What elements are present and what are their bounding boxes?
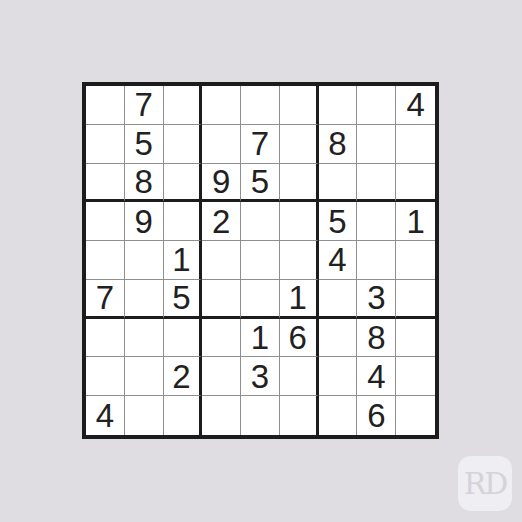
sudoku-cell-r7c6[interactable]: 6 <box>280 319 319 358</box>
sudoku-cell-r1c1[interactable] <box>86 86 125 125</box>
sudoku-cell-r6c6[interactable]: 1 <box>280 280 319 319</box>
sudoku-cell-r2c5[interactable]: 7 <box>241 125 280 164</box>
sudoku-cell-r8c5[interactable]: 3 <box>241 357 280 396</box>
sudoku-cell-r2c9[interactable] <box>396 125 435 164</box>
sudoku-cell-r4c8[interactable] <box>357 202 396 241</box>
sudoku-cell-r2c2[interactable]: 5 <box>125 125 164 164</box>
sudoku-cell-r9c7[interactable] <box>319 396 358 435</box>
sudoku-cell-r9c3[interactable] <box>164 396 203 435</box>
sudoku-cell-r3c2[interactable]: 8 <box>125 164 164 203</box>
sudoku-cell-r1c6[interactable] <box>280 86 319 125</box>
sudoku-cell-r8c8[interactable]: 4 <box>357 357 396 396</box>
sudoku-cell-r9c4[interactable] <box>202 396 241 435</box>
sudoku-cell-r6c3[interactable]: 5 <box>164 280 203 319</box>
sudoku-cell-r4c6[interactable] <box>280 202 319 241</box>
sudoku-cell-r2c6[interactable] <box>280 125 319 164</box>
sudoku-cell-r8c2[interactable] <box>125 357 164 396</box>
sudoku-cell-r5c8[interactable] <box>357 241 396 280</box>
sudoku-cell-r3c4[interactable]: 9 <box>202 164 241 203</box>
sudoku-cell-r5c4[interactable] <box>202 241 241 280</box>
sudoku-cell-r9c8[interactable]: 6 <box>357 396 396 435</box>
sudoku-cell-r5c3[interactable]: 1 <box>164 241 203 280</box>
sudoku-cell-r7c4[interactable] <box>202 319 241 358</box>
sudoku-cell-r9c2[interactable] <box>125 396 164 435</box>
sudoku-cell-r6c2[interactable] <box>125 280 164 319</box>
sudoku-cell-r6c7[interactable] <box>319 280 358 319</box>
sudoku-cell-r8c9[interactable] <box>396 357 435 396</box>
sudoku-cell-r4c4[interactable]: 2 <box>202 202 241 241</box>
sudoku-cell-r9c5[interactable] <box>241 396 280 435</box>
sudoku-cell-r3c7[interactable] <box>319 164 358 203</box>
sudoku-cell-r4c3[interactable] <box>164 202 203 241</box>
sudoku-cell-r3c6[interactable] <box>280 164 319 203</box>
sudoku-cell-r5c6[interactable] <box>280 241 319 280</box>
sudoku-board: 74578895925114751316823446 <box>82 82 439 439</box>
sudoku-cell-r7c2[interactable] <box>125 319 164 358</box>
sudoku-cell-r6c8[interactable]: 3 <box>357 280 396 319</box>
sudoku-cell-r8c6[interactable] <box>280 357 319 396</box>
sudoku-cell-r4c9[interactable]: 1 <box>396 202 435 241</box>
rd-logo-text: RD <box>464 469 507 499</box>
sudoku-cell-r3c1[interactable] <box>86 164 125 203</box>
sudoku-cell-r5c1[interactable] <box>86 241 125 280</box>
sudoku-cell-r1c7[interactable] <box>319 86 358 125</box>
sudoku-cell-r5c2[interactable] <box>125 241 164 280</box>
sudoku-cell-r1c4[interactable] <box>202 86 241 125</box>
sudoku-cell-r5c9[interactable] <box>396 241 435 280</box>
sudoku-cell-r1c9[interactable]: 4 <box>396 86 435 125</box>
sudoku-cell-r2c4[interactable] <box>202 125 241 164</box>
page-background: 74578895925114751316823446 RD <box>0 0 522 522</box>
sudoku-cell-r4c7[interactable]: 5 <box>319 202 358 241</box>
rd-logo-badge: RD <box>458 456 512 511</box>
sudoku-cell-r9c1[interactable]: 4 <box>86 396 125 435</box>
sudoku-cell-r2c8[interactable] <box>357 125 396 164</box>
sudoku-cell-r8c4[interactable] <box>202 357 241 396</box>
sudoku-cell-r9c9[interactable] <box>396 396 435 435</box>
sudoku-cell-r5c5[interactable] <box>241 241 280 280</box>
sudoku-cell-r8c7[interactable] <box>319 357 358 396</box>
sudoku-cell-r1c3[interactable] <box>164 86 203 125</box>
sudoku-cell-r7c7[interactable] <box>319 319 358 358</box>
sudoku-cell-r4c5[interactable] <box>241 202 280 241</box>
sudoku-cell-r2c1[interactable] <box>86 125 125 164</box>
sudoku-cell-r2c3[interactable] <box>164 125 203 164</box>
sudoku-cell-r1c8[interactable] <box>357 86 396 125</box>
sudoku-cell-r6c4[interactable] <box>202 280 241 319</box>
sudoku-cell-r9c6[interactable] <box>280 396 319 435</box>
sudoku-cell-r2c7[interactable]: 8 <box>319 125 358 164</box>
sudoku-cell-r6c9[interactable] <box>396 280 435 319</box>
sudoku-cell-r7c3[interactable] <box>164 319 203 358</box>
sudoku-cell-r3c5[interactable]: 5 <box>241 164 280 203</box>
sudoku-cell-r3c9[interactable] <box>396 164 435 203</box>
sudoku-cell-r7c5[interactable]: 1 <box>241 319 280 358</box>
sudoku-cell-r3c8[interactable] <box>357 164 396 203</box>
sudoku-cell-r1c2[interactable]: 7 <box>125 86 164 125</box>
sudoku-cell-r4c1[interactable] <box>86 202 125 241</box>
sudoku-cell-r3c3[interactable] <box>164 164 203 203</box>
sudoku-cell-r6c1[interactable]: 7 <box>86 280 125 319</box>
sudoku-cell-r4c2[interactable]: 9 <box>125 202 164 241</box>
sudoku-cell-r6c5[interactable] <box>241 280 280 319</box>
sudoku-cell-r7c9[interactable] <box>396 319 435 358</box>
sudoku-cell-r1c5[interactable] <box>241 86 280 125</box>
sudoku-cell-r8c1[interactable] <box>86 357 125 396</box>
sudoku-cell-r7c8[interactable]: 8 <box>357 319 396 358</box>
sudoku-cell-r8c3[interactable]: 2 <box>164 357 203 396</box>
sudoku-cell-r7c1[interactable] <box>86 319 125 358</box>
sudoku-cell-r5c7[interactable]: 4 <box>319 241 358 280</box>
